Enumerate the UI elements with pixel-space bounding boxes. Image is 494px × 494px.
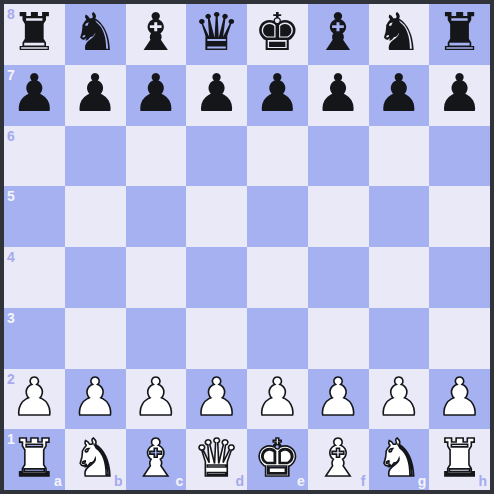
square-a7[interactable]: 7♟ bbox=[4, 65, 65, 126]
chess-board: 8♜♞♝♛♚♝♞♜7♟♟♟♟♟♟♟♟65432♟♟♟♟♟♟♟♟1a♜b♞c♝d♛… bbox=[0, 0, 494, 494]
black-pawn[interactable]: ♟ bbox=[436, 67, 483, 119]
white-rook[interactable]: ♜ bbox=[11, 432, 58, 484]
square-g2[interactable]: ♟ bbox=[369, 369, 430, 430]
square-g5[interactable] bbox=[369, 186, 430, 247]
square-e8[interactable]: ♚ bbox=[247, 4, 308, 65]
square-g3[interactable] bbox=[369, 308, 430, 369]
black-pawn[interactable]: ♟ bbox=[11, 67, 58, 119]
white-pawn[interactable]: ♟ bbox=[193, 371, 240, 423]
black-rook[interactable]: ♜ bbox=[436, 6, 483, 58]
white-bishop[interactable]: ♝ bbox=[315, 432, 362, 484]
black-knight[interactable]: ♞ bbox=[376, 6, 423, 58]
rank-label: 3 bbox=[7, 311, 15, 325]
rank-label: 5 bbox=[7, 189, 15, 203]
square-c6[interactable] bbox=[126, 126, 187, 187]
square-f6[interactable] bbox=[308, 126, 369, 187]
square-e4[interactable] bbox=[247, 247, 308, 308]
square-d7[interactable]: ♟ bbox=[186, 65, 247, 126]
square-g1[interactable]: g♞ bbox=[369, 429, 430, 490]
square-a2[interactable]: 2♟ bbox=[4, 369, 65, 430]
white-pawn[interactable]: ♟ bbox=[11, 371, 58, 423]
square-h6[interactable] bbox=[429, 126, 490, 187]
square-d6[interactable] bbox=[186, 126, 247, 187]
white-queen[interactable]: ♛ bbox=[193, 432, 240, 484]
square-h1[interactable]: h♜ bbox=[429, 429, 490, 490]
square-c2[interactable]: ♟ bbox=[126, 369, 187, 430]
square-f5[interactable] bbox=[308, 186, 369, 247]
square-f4[interactable] bbox=[308, 247, 369, 308]
square-b7[interactable]: ♟ bbox=[65, 65, 126, 126]
square-e6[interactable] bbox=[247, 126, 308, 187]
black-king[interactable]: ♚ bbox=[254, 6, 301, 58]
square-d4[interactable] bbox=[186, 247, 247, 308]
square-a6[interactable]: 6 bbox=[4, 126, 65, 187]
square-f2[interactable]: ♟ bbox=[308, 369, 369, 430]
white-knight[interactable]: ♞ bbox=[376, 432, 423, 484]
square-c8[interactable]: ♝ bbox=[126, 4, 187, 65]
square-g7[interactable]: ♟ bbox=[369, 65, 430, 126]
square-h4[interactable] bbox=[429, 247, 490, 308]
square-b2[interactable]: ♟ bbox=[65, 369, 126, 430]
square-b1[interactable]: b♞ bbox=[65, 429, 126, 490]
square-e3[interactable] bbox=[247, 308, 308, 369]
square-a8[interactable]: 8♜ bbox=[4, 4, 65, 65]
square-b3[interactable] bbox=[65, 308, 126, 369]
square-e5[interactable] bbox=[247, 186, 308, 247]
white-pawn[interactable]: ♟ bbox=[133, 371, 180, 423]
rank-label: 6 bbox=[7, 129, 15, 143]
black-pawn[interactable]: ♟ bbox=[193, 67, 240, 119]
white-king[interactable]: ♚ bbox=[254, 432, 301, 484]
square-h2[interactable]: ♟ bbox=[429, 369, 490, 430]
black-bishop[interactable]: ♝ bbox=[315, 6, 362, 58]
black-knight[interactable]: ♞ bbox=[72, 6, 119, 58]
square-h8[interactable]: ♜ bbox=[429, 4, 490, 65]
square-c7[interactable]: ♟ bbox=[126, 65, 187, 126]
white-pawn[interactable]: ♟ bbox=[254, 371, 301, 423]
white-rook[interactable]: ♜ bbox=[436, 432, 483, 484]
square-b4[interactable] bbox=[65, 247, 126, 308]
square-d2[interactable]: ♟ bbox=[186, 369, 247, 430]
square-g4[interactable] bbox=[369, 247, 430, 308]
square-d8[interactable]: ♛ bbox=[186, 4, 247, 65]
square-e7[interactable]: ♟ bbox=[247, 65, 308, 126]
square-f3[interactable] bbox=[308, 308, 369, 369]
black-rook[interactable]: ♜ bbox=[11, 6, 58, 58]
black-bishop[interactable]: ♝ bbox=[133, 6, 180, 58]
square-c5[interactable] bbox=[126, 186, 187, 247]
black-queen[interactable]: ♛ bbox=[193, 6, 240, 58]
white-pawn[interactable]: ♟ bbox=[315, 371, 362, 423]
square-h7[interactable]: ♟ bbox=[429, 65, 490, 126]
black-pawn[interactable]: ♟ bbox=[72, 67, 119, 119]
black-pawn[interactable]: ♟ bbox=[315, 67, 362, 119]
square-g8[interactable]: ♞ bbox=[369, 4, 430, 65]
square-d3[interactable] bbox=[186, 308, 247, 369]
square-g6[interactable] bbox=[369, 126, 430, 187]
square-c4[interactable] bbox=[126, 247, 187, 308]
square-a3[interactable]: 3 bbox=[4, 308, 65, 369]
square-h3[interactable] bbox=[429, 308, 490, 369]
square-f8[interactable]: ♝ bbox=[308, 4, 369, 65]
white-pawn[interactable]: ♟ bbox=[72, 371, 119, 423]
white-knight[interactable]: ♞ bbox=[72, 432, 119, 484]
square-a4[interactable]: 4 bbox=[4, 247, 65, 308]
square-f7[interactable]: ♟ bbox=[308, 65, 369, 126]
square-b5[interactable] bbox=[65, 186, 126, 247]
black-pawn[interactable]: ♟ bbox=[133, 67, 180, 119]
square-b6[interactable] bbox=[65, 126, 126, 187]
square-a5[interactable]: 5 bbox=[4, 186, 65, 247]
square-b8[interactable]: ♞ bbox=[65, 4, 126, 65]
black-pawn[interactable]: ♟ bbox=[376, 67, 423, 119]
square-d5[interactable] bbox=[186, 186, 247, 247]
square-e2[interactable]: ♟ bbox=[247, 369, 308, 430]
square-f1[interactable]: f♝ bbox=[308, 429, 369, 490]
square-c1[interactable]: c♝ bbox=[126, 429, 187, 490]
square-h5[interactable] bbox=[429, 186, 490, 247]
file-label: f bbox=[361, 474, 366, 488]
white-pawn[interactable]: ♟ bbox=[376, 371, 423, 423]
white-pawn[interactable]: ♟ bbox=[436, 371, 483, 423]
square-d1[interactable]: d♛ bbox=[186, 429, 247, 490]
white-bishop[interactable]: ♝ bbox=[133, 432, 180, 484]
square-c3[interactable] bbox=[126, 308, 187, 369]
square-a1[interactable]: 1a♜ bbox=[4, 429, 65, 490]
black-pawn[interactable]: ♟ bbox=[254, 67, 301, 119]
rank-label: 4 bbox=[7, 250, 15, 264]
square-e1[interactable]: e♚ bbox=[247, 429, 308, 490]
